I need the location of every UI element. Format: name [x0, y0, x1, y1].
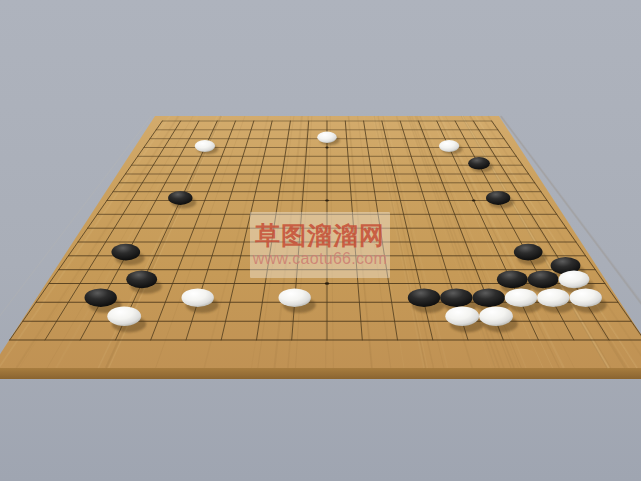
stone-white-P2 [479, 307, 513, 326]
stone-black-R6 [514, 244, 543, 261]
stone-white-Q3 [505, 288, 537, 307]
stone-black-P3 [473, 288, 505, 307]
stone-black-C6 [111, 244, 140, 261]
stone-white-O2 [445, 307, 479, 326]
stone-white-D16 [195, 140, 215, 152]
stone-black-Q4 [497, 270, 528, 288]
star-point-K10 [325, 199, 329, 201]
watermark-title: 草图溜溜网 [255, 223, 385, 248]
stone-white-R3 [537, 288, 569, 307]
star-point-Q10 [472, 199, 476, 201]
star-point-K16 [325, 147, 328, 149]
board-front-edge [0, 368, 641, 379]
stone-white-S4 [559, 270, 590, 288]
stone-black-R14 [468, 157, 490, 169]
stone-white-S3 [570, 288, 602, 307]
stone-black-D10 [168, 191, 192, 205]
watermark-url: www.caotu66.com [253, 251, 387, 267]
star-point-K4 [325, 282, 330, 285]
stone-black-R10 [486, 191, 510, 205]
stone-black-R4 [528, 270, 559, 288]
stone-white-F3 [182, 288, 214, 307]
stone-white-D2 [107, 307, 141, 326]
stone-black-O3 [440, 288, 472, 307]
stone-white-K17 [317, 132, 337, 143]
stone-white-J3 [279, 288, 311, 307]
stone-white-Q16 [439, 140, 459, 152]
watermark: 草图溜溜网 www.caotu66.com [250, 212, 390, 278]
stone-black-N3 [408, 288, 440, 307]
stone-black-C3 [85, 288, 117, 307]
scene: 草图溜溜网 www.caotu66.com [0, 0, 641, 481]
stone-black-D4 [126, 270, 157, 288]
